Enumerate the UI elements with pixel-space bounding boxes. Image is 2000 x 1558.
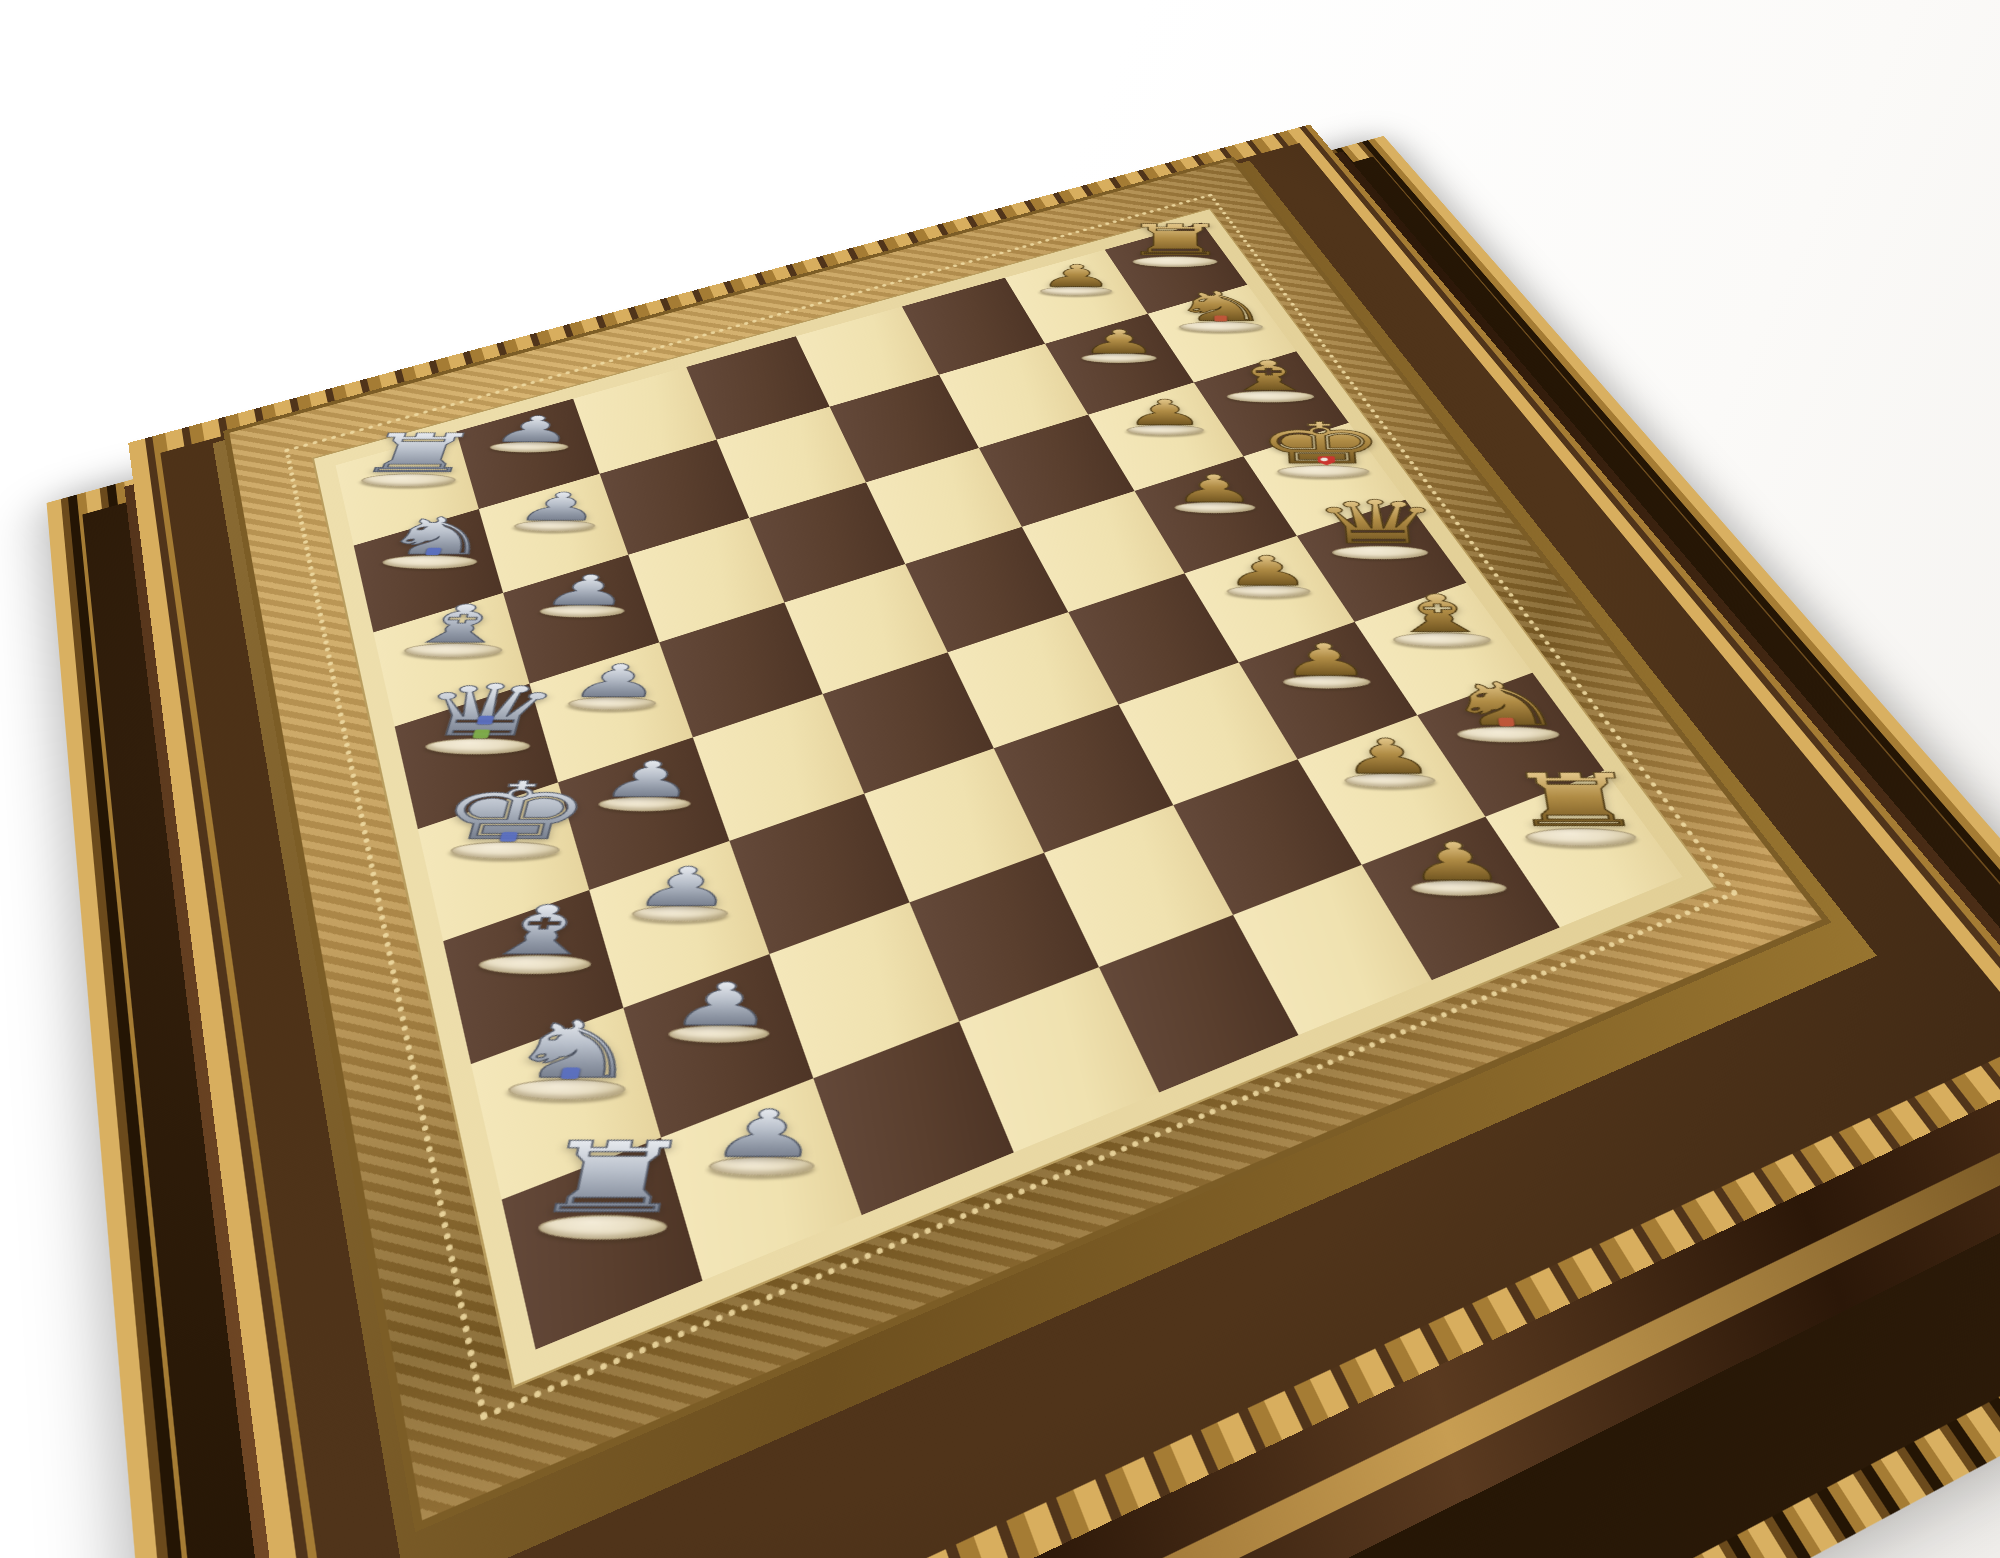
cloth-accent xyxy=(560,1068,580,1080)
black-queen-figure: ♛ xyxy=(1309,495,1448,559)
pawn-glyph: ♟ xyxy=(1038,262,1115,290)
white-pawn-figure: ♟ xyxy=(594,757,703,811)
rook-glyph: ♜ xyxy=(348,429,487,478)
ivory-drum-base xyxy=(597,796,692,811)
bishop-glyph: ♝ xyxy=(1220,357,1320,395)
ivory-drum-base xyxy=(1282,675,1370,688)
square-g8[interactable]: ♞ xyxy=(1417,673,1604,817)
white-pawn-figure: ♟ xyxy=(535,571,636,617)
knight-glyph: ♞ xyxy=(497,1014,653,1087)
bishop-glyph: ♝ xyxy=(1381,590,1496,638)
square-g7[interactable]: ♟ xyxy=(1298,715,1486,865)
pawn-glyph: ♟ xyxy=(1278,640,1373,681)
cloth-accent xyxy=(425,548,442,556)
pawn-glyph: ♟ xyxy=(629,862,740,912)
perspective-camera: ♜♟♟♜♞♟♟♞♝♟♟♝♛♟♟♚♚♟♟♛♝♟♟♝♞♟♟♞♜♟♟♜ xyxy=(0,0,2000,1558)
pawn-glyph: ♟ xyxy=(705,1104,825,1164)
pawn-glyph: ♟ xyxy=(1079,327,1159,357)
ivory-drum-base xyxy=(476,955,592,974)
square-e1[interactable]: ♚ xyxy=(418,782,589,941)
square-f1[interactable]: ♝ xyxy=(443,890,623,1064)
pawn-glyph: ♟ xyxy=(488,413,581,446)
rook-glyph: ♜ xyxy=(1499,767,1652,834)
white-pawn-figure: ♟ xyxy=(663,977,780,1042)
white-pawn-figure: ♟ xyxy=(486,413,581,452)
square-h5[interactable] xyxy=(1099,915,1299,1093)
square-e3[interactable] xyxy=(693,694,864,841)
square-g3[interactable] xyxy=(769,902,959,1078)
ivory-drum-base xyxy=(506,1079,628,1100)
cloth-accent xyxy=(1214,316,1227,322)
white-rook-figure: ♜ xyxy=(345,429,487,487)
pawn-glyph: ♟ xyxy=(1223,552,1313,590)
pawn-glyph: ♟ xyxy=(596,757,703,802)
ivory-drum-base xyxy=(1525,828,1639,846)
white-pawn-figure: ♟ xyxy=(627,862,740,921)
square-h3[interactable] xyxy=(813,1022,1014,1216)
square-e4[interactable] xyxy=(823,652,994,793)
cloth-accent xyxy=(499,832,518,842)
pawn-glyph: ♟ xyxy=(537,571,636,609)
knight-glyph: ♞ xyxy=(1440,677,1569,732)
square-d1[interactable]: ♛ xyxy=(395,684,558,829)
square-f4[interactable] xyxy=(864,748,1044,902)
rook-glyph: ♜ xyxy=(1121,221,1231,260)
pawn-glyph: ♟ xyxy=(665,977,780,1031)
black-pawn-figure: ♟ xyxy=(1124,397,1207,436)
black-pawn-figure: ♟ xyxy=(1079,327,1159,363)
ivory-drum-base xyxy=(423,738,532,754)
product-photo-scene: ♜♟♟♜♞♟♟♞♝♟♟♝♛♟♟♚♚♟♟♛♝♟♟♝♞♟♟♞♜♟♟♜ xyxy=(0,0,2000,1558)
square-f3[interactable] xyxy=(729,794,909,954)
black-bishop-figure: ♝ xyxy=(1220,357,1320,402)
white-knight-figure: ♞ xyxy=(494,1014,653,1101)
black-pawn-figure: ♟ xyxy=(1278,640,1374,689)
white-rook-figure: ♜ xyxy=(517,1133,703,1239)
white-pawn-figure: ♟ xyxy=(563,660,668,710)
square-e2[interactable]: ♟ xyxy=(558,737,729,890)
pawn-glyph: ♟ xyxy=(565,660,668,702)
black-pawn-figure: ♟ xyxy=(1172,471,1258,513)
pawn-glyph: ♟ xyxy=(512,489,608,525)
white-knight-figure: ♞ xyxy=(371,513,503,569)
square-h6[interactable] xyxy=(1233,865,1432,1035)
white-pawn-figure: ♟ xyxy=(703,1104,825,1176)
black-knight-figure: ♞ xyxy=(1440,677,1571,742)
square-g5[interactable] xyxy=(1044,805,1233,967)
black-knight-figure: ♞ xyxy=(1170,288,1272,333)
bishop-glyph: ♝ xyxy=(398,600,523,648)
bishop-glyph: ♝ xyxy=(472,899,612,961)
square-h1[interactable]: ♜ xyxy=(502,1138,703,1350)
cloth-accent xyxy=(1498,718,1515,727)
square-h8[interactable]: ♜ xyxy=(1485,770,1682,927)
white-bishop-figure: ♝ xyxy=(469,899,613,974)
white-bishop-figure: ♝ xyxy=(395,600,523,658)
rook-glyph: ♜ xyxy=(521,1133,703,1223)
black-pawn-figure: ♟ xyxy=(1338,734,1439,787)
white-queen-figure: ♛ xyxy=(402,678,568,754)
ivory-drum-base xyxy=(566,697,657,711)
ivory-drum-base xyxy=(630,905,729,921)
square-g6[interactable] xyxy=(1173,759,1361,915)
ivory-drum-base xyxy=(667,1025,771,1043)
square-h2[interactable]: ♟ xyxy=(661,1078,862,1281)
square-g1[interactable]: ♞ xyxy=(471,1008,661,1200)
square-f6[interactable] xyxy=(1119,662,1298,805)
cloth-accent xyxy=(472,729,490,738)
square-h7[interactable]: ♟ xyxy=(1362,817,1560,981)
king-glyph: ♚ xyxy=(427,775,600,848)
ivory-drum-base xyxy=(707,1156,816,1176)
square-g4[interactable] xyxy=(910,853,1099,1022)
pawn-glyph: ♟ xyxy=(1124,397,1206,429)
pawn-glyph: ♟ xyxy=(1403,838,1509,887)
black-bishop-figure: ♝ xyxy=(1381,590,1498,647)
ivory-drum-base xyxy=(1344,773,1436,788)
ivory-drum-base xyxy=(448,842,562,859)
black-rook-figure: ♜ xyxy=(1120,221,1230,267)
black-king-figure: ♚ xyxy=(1254,417,1389,477)
pawn-glyph: ♟ xyxy=(1172,471,1258,506)
cloth-accent xyxy=(476,715,494,724)
black-pawn-figure: ♟ xyxy=(1223,552,1314,597)
square-f2[interactable]: ♟ xyxy=(589,841,769,1008)
white-king-figure: ♚ xyxy=(424,775,601,859)
pawn-glyph: ♟ xyxy=(1338,734,1438,779)
queen-glyph: ♛ xyxy=(406,678,569,743)
black-pawn-figure: ♟ xyxy=(1403,838,1510,896)
ivory-drum-base xyxy=(1457,727,1561,743)
queen-glyph: ♛ xyxy=(1309,495,1447,550)
white-lion-emblem xyxy=(1320,458,1328,462)
square-h4[interactable] xyxy=(959,967,1159,1152)
ivory-drum-base xyxy=(1410,880,1507,896)
white-pawn-figure: ♟ xyxy=(509,489,607,531)
square-g2[interactable]: ♟ xyxy=(623,954,813,1138)
ivory-drum-base xyxy=(536,1215,669,1240)
black-pawn-figure: ♟ xyxy=(1037,262,1115,296)
black-rook-figure: ♜ xyxy=(1499,767,1655,846)
square-f5[interactable] xyxy=(994,705,1173,853)
